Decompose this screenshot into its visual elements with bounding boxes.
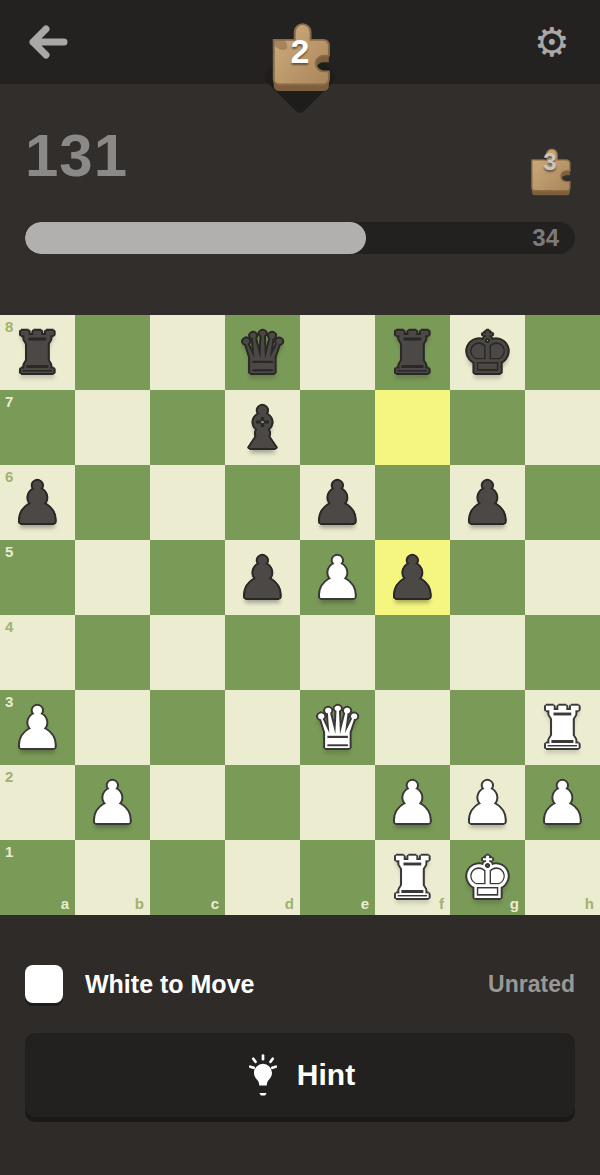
chess-board: 8♜♛♜♚7♝6♟♟♟5♟♟♟43♟♛♜2♟♟♟♟1abcdef♜g♚h — [0, 315, 600, 915]
square-c8[interactable] — [150, 315, 225, 390]
square-g2[interactable]: ♟ — [450, 765, 525, 840]
square-g5[interactable] — [450, 540, 525, 615]
white-pawn-g2: ♟ — [450, 765, 525, 840]
white-queen-e3: ♛ — [300, 690, 375, 765]
back-button[interactable] — [26, 20, 70, 64]
square-a7[interactable]: 7 — [0, 390, 75, 465]
square-f8[interactable]: ♜ — [375, 315, 450, 390]
stats-section: 131 3 34 — [0, 84, 600, 315]
square-a6[interactable]: 6♟ — [0, 465, 75, 540]
square-b8[interactable] — [75, 315, 150, 390]
square-f1[interactable]: f♜ — [375, 840, 450, 915]
white-pawn-h2: ♟ — [525, 765, 600, 840]
square-b1[interactable]: b — [75, 840, 150, 915]
rank-label-8: 8 — [5, 319, 13, 334]
square-h2[interactable]: ♟ — [525, 765, 600, 840]
puzzle-screen: ⚙ 2 131 — [0, 0, 600, 1175]
square-b7[interactable] — [75, 390, 150, 465]
square-c3[interactable] — [150, 690, 225, 765]
hint-button[interactable]: Hint — [25, 1033, 575, 1117]
black-king-g8: ♚ — [450, 315, 525, 390]
rank-label-4: 4 — [5, 619, 13, 634]
white-pawn-b2: ♟ — [75, 765, 150, 840]
square-f6[interactable] — [375, 465, 450, 540]
square-b2[interactable]: ♟ — [75, 765, 150, 840]
square-d8[interactable]: ♛ — [225, 315, 300, 390]
file-label-d: d — [285, 896, 294, 911]
black-pawn-d5: ♟ — [225, 540, 300, 615]
white-rook-h3: ♜ — [525, 690, 600, 765]
square-e1[interactable]: e — [300, 840, 375, 915]
rank-label-7: 7 — [5, 394, 13, 409]
rating-label: Unrated — [488, 971, 575, 998]
to-move-label: White to Move — [85, 970, 254, 999]
square-e7[interactable] — [300, 390, 375, 465]
square-h6[interactable] — [525, 465, 600, 540]
square-c4[interactable] — [150, 615, 225, 690]
rank-label-3: 3 — [5, 694, 13, 709]
progress-target: 34 — [532, 222, 559, 254]
file-label-e: e — [361, 896, 369, 911]
square-f4[interactable] — [375, 615, 450, 690]
black-bishop-d7: ♝ — [225, 390, 300, 465]
streak-badge-small: 3 — [518, 136, 582, 196]
square-a4[interactable]: 4 — [0, 615, 75, 690]
square-d3[interactable] — [225, 690, 300, 765]
white-pawn-e5: ♟ — [300, 540, 375, 615]
rank-label-5: 5 — [5, 544, 13, 559]
black-pawn-g6: ♟ — [450, 465, 525, 540]
puzzle-streak-badge: 2 — [245, 6, 355, 110]
to-move-row: White to Move Unrated — [25, 965, 575, 1003]
square-d1[interactable]: d — [225, 840, 300, 915]
score-value: 131 — [25, 126, 575, 186]
square-h4[interactable] — [525, 615, 600, 690]
square-e8[interactable] — [300, 315, 375, 390]
square-a3[interactable]: 3♟ — [0, 690, 75, 765]
square-a5[interactable]: 5 — [0, 540, 75, 615]
square-f3[interactable] — [375, 690, 450, 765]
square-g3[interactable] — [450, 690, 525, 765]
square-g4[interactable] — [450, 615, 525, 690]
streak-count: 3 — [543, 148, 556, 176]
square-c7[interactable] — [150, 390, 225, 465]
hint-label: Hint — [297, 1058, 355, 1092]
square-e3[interactable]: ♛ — [300, 690, 375, 765]
square-g6[interactable]: ♟ — [450, 465, 525, 540]
square-b6[interactable] — [75, 465, 150, 540]
square-c5[interactable] — [150, 540, 225, 615]
lightbulb-icon — [245, 1054, 281, 1096]
square-e6[interactable]: ♟ — [300, 465, 375, 540]
square-c2[interactable] — [150, 765, 225, 840]
square-g7[interactable] — [450, 390, 525, 465]
square-c6[interactable] — [150, 465, 225, 540]
progress-fill — [25, 222, 366, 254]
rank-label-6: 6 — [5, 469, 13, 484]
square-e2[interactable] — [300, 765, 375, 840]
white-pawn-f2: ♟ — [375, 765, 450, 840]
square-g1[interactable]: g♚ — [450, 840, 525, 915]
puzzle-badge-count: 2 — [291, 32, 310, 71]
square-d2[interactable] — [225, 765, 300, 840]
square-b3[interactable] — [75, 690, 150, 765]
white-to-move-indicator — [25, 965, 63, 1003]
square-h5[interactable] — [525, 540, 600, 615]
square-e4[interactable] — [300, 615, 375, 690]
settings-button[interactable]: ⚙ — [530, 20, 574, 64]
square-d7[interactable]: ♝ — [225, 390, 300, 465]
footer-section: White to Move Unrated Hint — [0, 915, 600, 1175]
square-f7[interactable] — [375, 390, 450, 465]
back-arrow-icon — [28, 25, 68, 59]
file-label-f: f — [439, 896, 444, 911]
square-e5[interactable]: ♟ — [300, 540, 375, 615]
square-d5[interactable]: ♟ — [225, 540, 300, 615]
square-h1[interactable]: h — [525, 840, 600, 915]
square-f2[interactable]: ♟ — [375, 765, 450, 840]
square-a1[interactable]: 1a — [0, 840, 75, 915]
square-a2[interactable]: 2 — [0, 765, 75, 840]
square-c1[interactable]: c — [150, 840, 225, 915]
file-label-b: b — [135, 896, 144, 911]
black-queen-d8: ♛ — [225, 315, 300, 390]
rank-label-2: 2 — [5, 769, 13, 784]
file-label-a: a — [61, 896, 69, 911]
black-rook-f8: ♜ — [375, 315, 450, 390]
progress-bar: 34 — [25, 222, 575, 254]
gear-icon: ⚙ — [534, 22, 570, 62]
square-h8[interactable] — [525, 315, 600, 390]
square-b4[interactable] — [75, 615, 150, 690]
file-label-g: g — [510, 896, 519, 911]
black-pawn-f5: ♟ — [375, 540, 450, 615]
square-b5[interactable] — [75, 540, 150, 615]
square-f5[interactable]: ♟ — [375, 540, 450, 615]
square-a8[interactable]: 8♜ — [0, 315, 75, 390]
file-label-h: h — [585, 896, 594, 911]
square-d4[interactable] — [225, 615, 300, 690]
square-h7[interactable] — [525, 390, 600, 465]
rank-label-1: 1 — [5, 844, 13, 859]
square-d6[interactable] — [225, 465, 300, 540]
square-g8[interactable]: ♚ — [450, 315, 525, 390]
file-label-c: c — [211, 896, 219, 911]
black-pawn-e6: ♟ — [300, 465, 375, 540]
square-h3[interactable]: ♜ — [525, 690, 600, 765]
